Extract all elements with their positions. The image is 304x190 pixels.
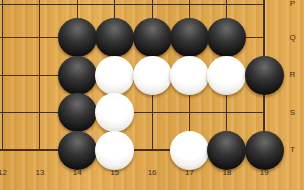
coord-label-row-s: S [290,109,295,117]
coord-label-row-q: Q [289,34,295,42]
stone-black-q16[interactable] [133,18,172,57]
coord-label-col-17: 17 [185,169,194,177]
stone-black-q15[interactable] [95,18,134,57]
stone-black-q14[interactable] [58,18,97,57]
stone-black-t19[interactable] [245,131,284,170]
stone-black-q17[interactable] [170,18,209,57]
stone-black-t14[interactable] [58,131,97,170]
coord-label-col-18: 18 [222,169,231,177]
coord-label-row-t: T [290,146,295,154]
grid-line-row-P [0,4,265,5]
coord-label-row-p: P [290,0,295,8]
stone-black-r19[interactable] [245,56,284,95]
coord-label-row-r: R [290,71,296,79]
stone-white-t17[interactable] [170,131,209,170]
stone-white-s15[interactable] [95,93,134,132]
stone-white-r15[interactable] [95,56,134,95]
stone-black-r14[interactable] [58,56,97,95]
go-board[interactable]: 1213141516171819PQRST [0,0,304,190]
coord-label-col-13: 13 [35,169,44,177]
stone-white-r18[interactable] [207,56,246,95]
coord-label-col-14: 14 [73,169,82,177]
coord-label-col-19: 19 [260,169,269,177]
stone-white-t15[interactable] [95,131,134,170]
coord-label-col-15: 15 [110,169,119,177]
stone-white-r16[interactable] [133,56,172,95]
stone-black-t18[interactable] [207,131,246,170]
stone-white-r17[interactable] [170,56,209,95]
coord-label-col-12: 12 [0,169,7,177]
coord-label-col-16: 16 [148,169,157,177]
stone-black-q18[interactable] [207,18,246,57]
stone-black-s14[interactable] [58,93,97,132]
